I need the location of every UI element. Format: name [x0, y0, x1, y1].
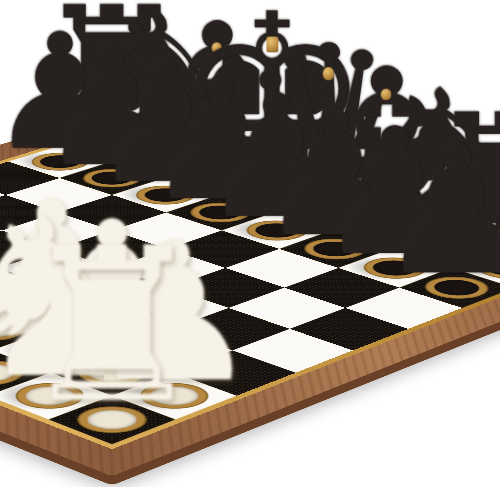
- walnut-frame: ♜♞♝♚♛♝♞♜♟♟♟♟♟♟♟♟♟♟♟♟♟♟♟♟♜♞♝♚♛♝♞♜: [0, 111, 500, 476]
- chess-set-product-photo: ♜♞♝♚♛♝♞♜♟♟♟♟♟♟♟♟♟♟♟♟♟♟♟♟♜♞♝♚♛♝♞♜: [0, 0, 500, 487]
- square-a7: ♟: [399, 268, 500, 308]
- checkerboard: ♜♞♝♚♛♝♞♜♟♟♟♟♟♟♟♟♟♟♟♟♟♟♟♟♜♞♝♚♛♝♞♜: [0, 130, 500, 444]
- rook-glyph: ♜: [0, 220, 246, 433]
- chessboard-scene: ♜♞♝♚♛♝♞♜♟♟♟♟♟♟♟♟♟♟♟♟♟♟♟♟♜♞♝♚♛♝♞♜: [0, 0, 500, 487]
- chess-board: ♜♞♝♚♛♝♞♜♟♟♟♟♟♟♟♟♟♟♟♟♟♟♟♟♜♞♝♚♛♝♞♜: [0, 111, 500, 476]
- brass-trim: ♜♞♝♚♛♝♞♜♟♟♟♟♟♟♟♟♟♟♟♟♟♟♟♟♜♞♝♚♛♝♞♜: [0, 127, 500, 449]
- pawn-glyph: ♟: [335, 122, 500, 300]
- square-a1: ♜: [49, 396, 176, 444]
